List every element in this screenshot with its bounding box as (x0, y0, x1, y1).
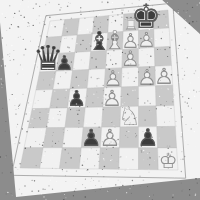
piece-white-p-e2: ♙ (99, 124, 120, 152)
square (40, 148, 63, 169)
square (43, 128, 65, 148)
piece-black-p-g2: ♙ (137, 123, 159, 152)
piece-black-p-c4: ♙ (67, 86, 87, 111)
piece-white-k-h1: ♔ (159, 149, 178, 173)
square (119, 148, 139, 170)
piece-white-p-h5: ♙ (154, 63, 174, 89)
chess-board: ♜♖♚♔♝♗♝♗♟♙♟♙♛♕♟♙♟♙♟♙♟♙♟♙♟♙♟♙♞♘♟♙♟♙♟♙♚♔ (0, 0, 200, 200)
square (62, 18, 80, 36)
square (24, 128, 46, 148)
square (157, 126, 177, 147)
square (60, 148, 82, 169)
square (47, 108, 68, 128)
square (20, 148, 43, 169)
square (156, 106, 175, 127)
square (28, 108, 50, 128)
chess-diagram-photo: ♜♖♚♔♝♗♝♗♟♙♟♙♛♕♟♙♟♙♟♙♟♙♟♙♟♙♟♙♞♘♟♙♟♙♟♙♚♔ (0, 0, 200, 200)
piece-black-p-b6: ♙ (55, 51, 73, 75)
